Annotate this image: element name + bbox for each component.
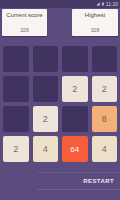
tile-2: 2 (3, 136, 29, 162)
tile-64: 64 (62, 136, 88, 162)
restart-button[interactable]: RESTART (37, 172, 120, 190)
tile-2: 2 (33, 106, 59, 132)
empty-cell (3, 76, 29, 102)
empty-cell (62, 106, 88, 132)
current-score-label: Current score (6, 12, 42, 18)
status-time: 11:20 (106, 0, 118, 8)
tile-4: 4 (92, 136, 118, 162)
tile-2: 2 (62, 76, 88, 102)
status-bar: ◢ ▮ 11:20 (0, 0, 120, 8)
empty-cell (92, 46, 118, 72)
empty-cell (3, 46, 29, 72)
tile-2: 2 (92, 76, 118, 102)
restart-button-label: RESTART (83, 178, 114, 184)
current-score-card: Current score 328 (2, 9, 47, 36)
battery-icon: ▮ (102, 0, 104, 8)
highest-score-value: 328 (91, 27, 99, 33)
app-screen: ◢ ▮ 11:20 Current score 328 Highest 328 … (0, 0, 120, 200)
current-score-value: 328 (20, 27, 28, 33)
highest-score-card: Highest 328 (72, 9, 118, 36)
empty-cell (3, 106, 29, 132)
empty-cell (62, 46, 88, 72)
tile-4: 4 (33, 136, 59, 162)
empty-cell (33, 76, 59, 102)
empty-cell (33, 46, 59, 72)
tile-8: 8 (92, 106, 118, 132)
highest-score-label: Highest (85, 12, 105, 18)
board[interactable]: 222824644 (0, 43, 120, 165)
signal-icon: ◢ (97, 0, 100, 8)
